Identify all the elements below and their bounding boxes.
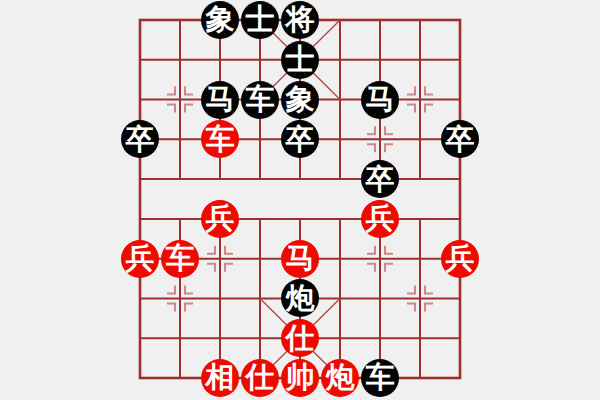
board-point-1-5[interactable] bbox=[160, 199, 200, 239]
board-point-2-3[interactable]: 车 bbox=[200, 119, 240, 159]
board-point-7-4[interactable] bbox=[400, 159, 440, 199]
board-point-6-9[interactable]: 车 bbox=[360, 358, 400, 398]
board-point-1-3[interactable] bbox=[160, 119, 200, 159]
red-chariot[interactable]: 车 bbox=[201, 120, 239, 158]
black-horse[interactable]: 马 bbox=[361, 81, 399, 119]
board-point-6-3[interactable] bbox=[360, 119, 400, 159]
board-point-0-4[interactable] bbox=[120, 159, 160, 199]
board-point-2-1[interactable] bbox=[200, 40, 240, 80]
board-point-5-3[interactable] bbox=[320, 119, 360, 159]
board-point-8-0[interactable] bbox=[440, 0, 480, 40]
board-point-8-7[interactable] bbox=[440, 278, 480, 318]
board-point-1-2[interactable] bbox=[160, 80, 200, 120]
black-advisor[interactable]: 士 bbox=[241, 1, 279, 39]
board-point-7-9[interactable] bbox=[400, 358, 440, 398]
board-point-4-4[interactable] bbox=[280, 159, 320, 199]
board-point-7-7[interactable] bbox=[400, 278, 440, 318]
black-cannon[interactable]: 炮 bbox=[281, 279, 319, 317]
board-point-0-0[interactable] bbox=[120, 0, 160, 40]
board-point-5-7[interactable] bbox=[320, 278, 360, 318]
black-general[interactable]: 将 bbox=[281, 1, 319, 39]
black-soldier[interactable]: 卒 bbox=[121, 120, 159, 158]
board-point-1-6[interactable]: 车 bbox=[160, 239, 200, 279]
red-advisor[interactable]: 仕 bbox=[281, 319, 319, 357]
board-point-5-2[interactable] bbox=[320, 80, 360, 120]
board-point-0-7[interactable] bbox=[120, 278, 160, 318]
board-point-7-0[interactable] bbox=[400, 0, 440, 40]
board-point-2-5[interactable]: 兵 bbox=[200, 199, 240, 239]
board-point-4-1[interactable]: 士 bbox=[280, 40, 320, 80]
red-advisor[interactable]: 仕 bbox=[241, 359, 279, 397]
board-point-3-2[interactable]: 车 bbox=[240, 80, 280, 120]
board-point-5-9[interactable]: 炮 bbox=[320, 358, 360, 398]
board-point-0-1[interactable] bbox=[120, 40, 160, 80]
board-point-0-3[interactable]: 卒 bbox=[120, 119, 160, 159]
black-elephant[interactable]: 象 bbox=[201, 1, 239, 39]
board-point-1-0[interactable] bbox=[160, 0, 200, 40]
board-point-0-5[interactable] bbox=[120, 199, 160, 239]
board-point-2-7[interactable] bbox=[200, 278, 240, 318]
board-point-4-3[interactable]: 卒 bbox=[280, 119, 320, 159]
board-point-0-8[interactable] bbox=[120, 318, 160, 358]
red-soldier[interactable]: 兵 bbox=[361, 200, 399, 238]
board-point-0-2[interactable] bbox=[120, 80, 160, 120]
piece-grid: 象士将士马车象马卒车卒卒卒兵兵兵车马兵炮仕相仕帅炮车 bbox=[120, 0, 480, 398]
red-elephant[interactable]: 相 bbox=[201, 359, 239, 397]
board-point-2-2[interactable]: 马 bbox=[200, 80, 240, 120]
black-soldier[interactable]: 卒 bbox=[441, 120, 479, 158]
board-point-7-1[interactable] bbox=[400, 40, 440, 80]
board-point-7-8[interactable] bbox=[400, 318, 440, 358]
board-point-7-5[interactable] bbox=[400, 199, 440, 239]
board-point-1-1[interactable] bbox=[160, 40, 200, 80]
board-point-6-1[interactable] bbox=[360, 40, 400, 80]
board-point-3-6[interactable] bbox=[240, 239, 280, 279]
board-point-6-7[interactable] bbox=[360, 278, 400, 318]
board-point-6-4[interactable]: 卒 bbox=[360, 159, 400, 199]
board-point-6-8[interactable] bbox=[360, 318, 400, 358]
board-point-3-8[interactable] bbox=[240, 318, 280, 358]
board-point-0-6[interactable]: 兵 bbox=[120, 239, 160, 279]
red-general[interactable]: 帅 bbox=[281, 359, 319, 397]
red-soldier[interactable]: 兵 bbox=[441, 240, 479, 278]
board-point-5-6[interactable] bbox=[320, 239, 360, 279]
board-point-5-5[interactable] bbox=[320, 199, 360, 239]
board-point-7-6[interactable] bbox=[400, 239, 440, 279]
board-point-1-8[interactable] bbox=[160, 318, 200, 358]
board-point-4-5[interactable] bbox=[280, 199, 320, 239]
board-point-2-0[interactable]: 象 bbox=[200, 0, 240, 40]
xiangqi-board: 象士将士马车象马卒车卒卒卒兵兵兵车马兵炮仕相仕帅炮车 bbox=[0, 0, 600, 400]
board-point-4-2[interactable]: 象 bbox=[280, 80, 320, 120]
board-point-7-3[interactable] bbox=[400, 119, 440, 159]
board-point-0-9[interactable] bbox=[120, 358, 160, 398]
board-point-6-2[interactable]: 马 bbox=[360, 80, 400, 120]
red-horse[interactable]: 马 bbox=[281, 240, 319, 278]
board-point-5-1[interactable] bbox=[320, 40, 360, 80]
board-point-8-2[interactable] bbox=[440, 80, 480, 120]
board-point-5-4[interactable] bbox=[320, 159, 360, 199]
red-cannon[interactable]: 炮 bbox=[321, 359, 359, 397]
board-point-2-4[interactable] bbox=[200, 159, 240, 199]
board-point-3-4[interactable] bbox=[240, 159, 280, 199]
board-point-4-8[interactable]: 仕 bbox=[280, 318, 320, 358]
board-point-5-8[interactable] bbox=[320, 318, 360, 358]
board-point-4-7[interactable]: 炮 bbox=[280, 278, 320, 318]
red-chariot[interactable]: 车 bbox=[161, 240, 199, 278]
black-chariot[interactable]: 车 bbox=[241, 81, 279, 119]
black-soldier[interactable]: 卒 bbox=[281, 120, 319, 158]
board-point-2-8[interactable] bbox=[200, 318, 240, 358]
board-point-7-2[interactable] bbox=[400, 80, 440, 120]
black-chariot[interactable]: 车 bbox=[361, 359, 399, 397]
board-point-4-6[interactable]: 马 bbox=[280, 239, 320, 279]
board-point-8-8[interactable] bbox=[440, 318, 480, 358]
board-point-8-4[interactable] bbox=[440, 159, 480, 199]
board-point-6-0[interactable] bbox=[360, 0, 400, 40]
red-soldier[interactable]: 兵 bbox=[121, 240, 159, 278]
black-soldier[interactable]: 卒 bbox=[361, 160, 399, 198]
board-point-4-9[interactable]: 帅 bbox=[280, 358, 320, 398]
board-point-5-0[interactable] bbox=[320, 0, 360, 40]
board-point-3-5[interactable] bbox=[240, 199, 280, 239]
black-advisor[interactable]: 士 bbox=[281, 41, 319, 79]
board-point-8-9[interactable] bbox=[440, 358, 480, 398]
black-elephant[interactable]: 象 bbox=[281, 81, 319, 119]
board-point-2-6[interactable] bbox=[200, 239, 240, 279]
board-point-2-9[interactable]: 相 bbox=[200, 358, 240, 398]
board-point-6-5[interactable]: 兵 bbox=[360, 199, 400, 239]
board-point-4-0[interactable]: 将 bbox=[280, 0, 320, 40]
board-point-3-0[interactable]: 士 bbox=[240, 0, 280, 40]
board-point-1-9[interactable] bbox=[160, 358, 200, 398]
board-point-8-5[interactable] bbox=[440, 199, 480, 239]
board-point-3-1[interactable] bbox=[240, 40, 280, 80]
board-point-8-3[interactable]: 卒 bbox=[440, 119, 480, 159]
board-point-1-7[interactable] bbox=[160, 278, 200, 318]
red-soldier[interactable]: 兵 bbox=[201, 200, 239, 238]
board-point-8-6[interactable]: 兵 bbox=[440, 239, 480, 279]
board-point-3-3[interactable] bbox=[240, 119, 280, 159]
board-point-6-6[interactable] bbox=[360, 239, 400, 279]
black-horse[interactable]: 马 bbox=[201, 81, 239, 119]
board-point-8-1[interactable] bbox=[440, 40, 480, 80]
board-point-1-4[interactable] bbox=[160, 159, 200, 199]
board-point-3-9[interactable]: 仕 bbox=[240, 358, 280, 398]
board-point-3-7[interactable] bbox=[240, 278, 280, 318]
